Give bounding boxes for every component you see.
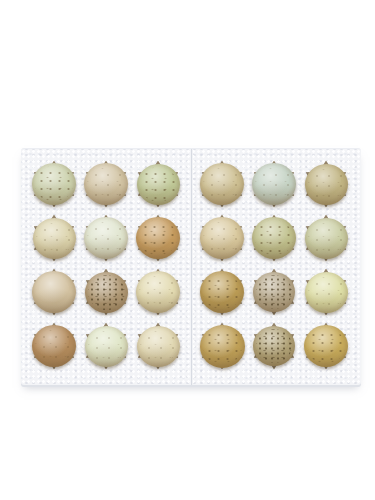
tray-cell-r3c2: [80, 265, 132, 319]
tray-cell-r1c5: [248, 157, 300, 211]
tray-cell-r4c6: [300, 319, 352, 373]
egg-r1c3-sage-green: [137, 164, 180, 205]
tray-cell-r2c3: [132, 211, 184, 265]
foam-egg-tray: [21, 148, 361, 385]
egg-r2c4-buff-cream: [200, 217, 244, 259]
egg-r2c6-pale-sage-grey: [305, 218, 348, 259]
tray-cell-r3c5: [248, 265, 300, 319]
tray-cell-r1c6: [300, 157, 352, 211]
egg-r2c2-pale-green-white: [84, 217, 128, 259]
tray-cell-r2c5: [248, 211, 300, 265]
tray-cell-r4c1: [28, 319, 80, 373]
egg-r1c6-khaki: [305, 164, 348, 205]
tray-cell-r3c4: [196, 265, 248, 319]
tray-cell-r3c6: [300, 265, 352, 319]
egg-r3c1-beige-buff: [32, 271, 76, 313]
tray-cell-r2c2: [80, 211, 132, 265]
egg-r1c2-beige-tan: [84, 163, 128, 205]
egg-r2c3-golden-tan: [136, 217, 180, 259]
tray-cell-r4c4: [196, 319, 248, 373]
egg-r4c3-cream-ivory: [137, 326, 180, 367]
tray-cell-r1c1: [28, 157, 80, 211]
egg-r3c5-taupe-speckled: [253, 272, 295, 312]
egg-r1c1-pale-sage: [32, 163, 76, 205]
tray-cell-r3c1: [28, 265, 80, 319]
egg-r4c4-golden-tan: [200, 325, 245, 368]
photo-canvas: [0, 0, 375, 500]
egg-r4c6-golden-tan-light: [304, 325, 348, 367]
egg-r4c1-caramel-brown: [32, 325, 76, 367]
egg-r2c5-sage-speckled: [252, 217, 296, 259]
tray-cell-r1c2: [80, 157, 132, 211]
egg-r4c2-pale-green-ivory: [85, 326, 128, 367]
tray-cell-r1c4: [196, 157, 248, 211]
egg-r1c4-buff-khaki: [200, 163, 244, 205]
tray-cell-r4c5: [248, 319, 300, 373]
egg-r3c6-pale-yellow-green: [305, 272, 348, 313]
tray-cell-r1c3: [132, 157, 184, 211]
tray-cell-r2c4: [196, 211, 248, 265]
egg-r1c5-pale-celadon: [252, 163, 296, 205]
tray-seam: [191, 149, 193, 385]
egg-r2c1-cream: [33, 218, 76, 259]
tray-cell-r4c2: [80, 319, 132, 373]
egg-r3c3-pale-cream-yellow: [136, 271, 180, 313]
tray-cell-r2c6: [300, 211, 352, 265]
tray-cell-r3c3: [132, 265, 184, 319]
tray-cell-r2c1: [28, 211, 80, 265]
egg-r3c2-grey-brown: [85, 272, 128, 313]
tray-cell-r4c3: [132, 319, 184, 373]
egg-r3c4-golden-tan: [200, 271, 244, 313]
egg-r4c5-khaki-speckled: [253, 326, 295, 366]
